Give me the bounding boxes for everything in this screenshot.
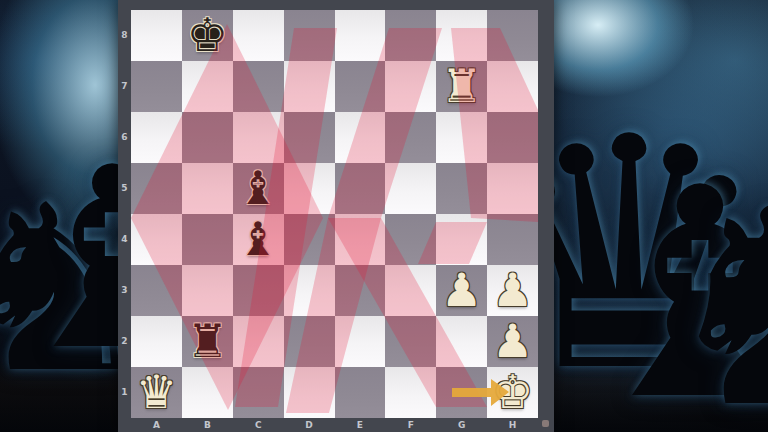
square-d4[interactable] <box>284 214 335 265</box>
square-b7[interactable] <box>182 61 233 112</box>
white-king[interactable]: ♚ <box>487 367 538 418</box>
file-label-b: B <box>182 418 233 432</box>
square-h1[interactable]: ♚ <box>487 367 538 418</box>
file-label-a: A <box>131 418 182 432</box>
square-a4[interactable] <box>131 214 182 265</box>
white-pawn[interactable]: ♟ <box>487 265 538 316</box>
rank-label-1: 1 <box>118 367 131 418</box>
square-f4[interactable] <box>385 214 436 265</box>
square-h4[interactable] <box>487 214 538 265</box>
file-label-f: F <box>385 418 436 432</box>
black-rook[interactable]: ♜ <box>182 316 233 367</box>
white-rook[interactable]: ♜ <box>436 61 487 112</box>
file-label-h: H <box>487 418 538 432</box>
square-f2[interactable] <box>385 316 436 367</box>
square-c4[interactable]: ♝ <box>233 214 284 265</box>
square-g4[interactable] <box>436 214 487 265</box>
white-queen[interactable]: ♛ <box>131 367 182 418</box>
square-e2[interactable] <box>335 316 386 367</box>
square-g6[interactable] <box>436 112 487 163</box>
square-d3[interactable] <box>284 265 335 316</box>
square-h7[interactable] <box>487 61 538 112</box>
square-f5[interactable] <box>385 163 436 214</box>
square-b6[interactable] <box>182 112 233 163</box>
square-a3[interactable] <box>131 265 182 316</box>
square-a5[interactable] <box>131 163 182 214</box>
square-b8[interactable]: ♚ <box>182 10 233 61</box>
square-a1[interactable]: ♛ <box>131 367 182 418</box>
square-a7[interactable] <box>131 61 182 112</box>
square-a2[interactable] <box>131 316 182 367</box>
square-b3[interactable] <box>182 265 233 316</box>
square-f7[interactable] <box>385 61 436 112</box>
square-e3[interactable] <box>335 265 386 316</box>
square-e6[interactable] <box>335 112 386 163</box>
square-e4[interactable] <box>335 214 386 265</box>
file-label-c: C <box>233 418 284 432</box>
black-bishop[interactable]: ♝ <box>233 163 284 214</box>
rank-label-4: 4 <box>118 214 131 265</box>
square-f3[interactable] <box>385 265 436 316</box>
square-e7[interactable] <box>335 61 386 112</box>
square-h6[interactable] <box>487 112 538 163</box>
square-c8[interactable] <box>233 10 284 61</box>
square-c6[interactable] <box>233 112 284 163</box>
rank-label-7: 7 <box>118 61 131 112</box>
square-f6[interactable] <box>385 112 436 163</box>
square-b1[interactable] <box>182 367 233 418</box>
square-d7[interactable] <box>284 61 335 112</box>
rank-label-6: 6 <box>118 112 131 163</box>
square-c3[interactable] <box>233 265 284 316</box>
square-g2[interactable] <box>436 316 487 367</box>
file-label-g: G <box>436 418 487 432</box>
square-a6[interactable] <box>131 112 182 163</box>
square-d2[interactable] <box>284 316 335 367</box>
square-b4[interactable] <box>182 214 233 265</box>
square-g7[interactable]: ♜ <box>436 61 487 112</box>
chess-board: 87654321 ♚♜♝♝♟♟♜♟♛♚ ABCDEFGH <box>118 0 554 432</box>
file-label-e: E <box>335 418 386 432</box>
black-bishop[interactable]: ♝ <box>233 214 284 265</box>
file-coordinates: ABCDEFGH <box>131 418 538 432</box>
square-d5[interactable] <box>284 163 335 214</box>
rank-label-2: 2 <box>118 316 131 367</box>
square-g1[interactable] <box>436 367 487 418</box>
square-d1[interactable] <box>284 367 335 418</box>
screenshot-stage: ♞♝♛♝♞ 87654321 ♚♜♝♝♟♟♜♟♛♚ ABCDEFGH <box>0 0 768 432</box>
square-h5[interactable] <box>487 163 538 214</box>
square-f8[interactable] <box>385 10 436 61</box>
file-label-d: D <box>284 418 335 432</box>
square-d6[interactable] <box>284 112 335 163</box>
square-c7[interactable] <box>233 61 284 112</box>
square-g8[interactable] <box>436 10 487 61</box>
square-g5[interactable] <box>436 163 487 214</box>
black-king[interactable]: ♚ <box>182 10 233 61</box>
rank-label-5: 5 <box>118 163 131 214</box>
board-squares: ♚♜♝♝♟♟♜♟♛♚ <box>131 10 538 418</box>
square-c1[interactable] <box>233 367 284 418</box>
square-h2[interactable]: ♟ <box>487 316 538 367</box>
square-e5[interactable] <box>335 163 386 214</box>
square-c2[interactable] <box>233 316 284 367</box>
square-a8[interactable] <box>131 10 182 61</box>
white-pawn[interactable]: ♟ <box>487 316 538 367</box>
board-logo-dot <box>542 420 549 427</box>
rank-label-8: 8 <box>118 10 131 61</box>
square-d8[interactable] <box>284 10 335 61</box>
square-b5[interactable] <box>182 163 233 214</box>
rank-coordinates: 87654321 <box>118 10 131 418</box>
square-h8[interactable] <box>487 10 538 61</box>
silhouette-knight: ♞ <box>655 175 768 432</box>
square-e1[interactable] <box>335 367 386 418</box>
square-f1[interactable] <box>385 367 436 418</box>
square-e8[interactable] <box>335 10 386 61</box>
square-b2[interactable]: ♜ <box>182 316 233 367</box>
square-c5[interactable]: ♝ <box>233 163 284 214</box>
square-g3[interactable]: ♟ <box>436 265 487 316</box>
square-h3[interactable]: ♟ <box>487 265 538 316</box>
rank-label-3: 3 <box>118 265 131 316</box>
white-pawn[interactable]: ♟ <box>436 265 487 316</box>
